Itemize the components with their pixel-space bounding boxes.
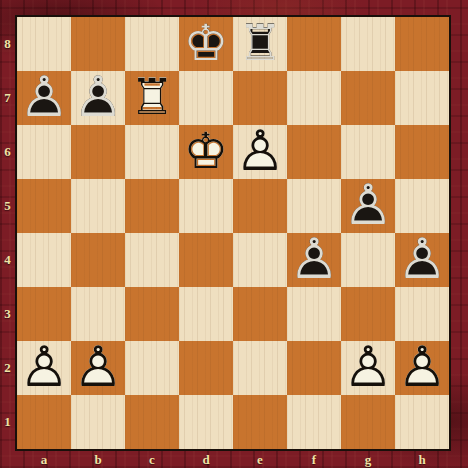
square-a6[interactable] [17, 125, 71, 179]
square-b8[interactable] [71, 17, 125, 71]
black-pawn[interactable]: ♟♙ [17, 71, 71, 125]
square-d1[interactable] [179, 395, 233, 449]
square-h1[interactable] [395, 395, 449, 449]
black-king[interactable]: ♚♔ [179, 17, 233, 71]
square-h2[interactable]: ♟♙ [395, 341, 449, 395]
white-rook[interactable]: ♜♖ [125, 71, 179, 125]
black-pawn[interactable]: ♟♙ [71, 71, 125, 125]
square-h3[interactable] [395, 287, 449, 341]
square-g8[interactable] [341, 17, 395, 71]
square-e3[interactable] [233, 287, 287, 341]
rank-label-7: 7 [0, 71, 15, 125]
square-a8[interactable] [17, 17, 71, 71]
square-h7[interactable] [395, 71, 449, 125]
square-h8[interactable] [395, 17, 449, 71]
square-a7[interactable]: ♟♙ [17, 71, 71, 125]
black-rook[interactable]: ♜♖ [233, 17, 287, 71]
chess-diagram: ♚♔♜♖♟♙♟♙♜♖♚♔♟♙♟♙♟♙♟♙♟♙♟♙♟♙♟♙ 87654321 ab… [0, 0, 468, 468]
square-a5[interactable] [17, 179, 71, 233]
square-g6[interactable] [341, 125, 395, 179]
file-label-d: d [179, 451, 233, 468]
square-b5[interactable] [71, 179, 125, 233]
square-d6[interactable]: ♚♔ [179, 125, 233, 179]
square-g5[interactable]: ♟♙ [341, 179, 395, 233]
file-label-c: c [125, 451, 179, 468]
white-pawn[interactable]: ♟♙ [17, 341, 71, 395]
square-f2[interactable] [287, 341, 341, 395]
rank-label-1: 1 [0, 395, 15, 449]
square-c1[interactable] [125, 395, 179, 449]
chess-board: ♚♔♜♖♟♙♟♙♜♖♚♔♟♙♟♙♟♙♟♙♟♙♟♙♟♙♟♙ [15, 15, 451, 451]
square-f1[interactable] [287, 395, 341, 449]
square-b4[interactable] [71, 233, 125, 287]
square-f7[interactable] [287, 71, 341, 125]
rank-label-5: 5 [0, 179, 15, 233]
white-pawn[interactable]: ♟♙ [395, 341, 449, 395]
square-c6[interactable] [125, 125, 179, 179]
file-label-g: g [341, 451, 395, 468]
square-c3[interactable] [125, 287, 179, 341]
square-a4[interactable] [17, 233, 71, 287]
square-f4[interactable]: ♟♙ [287, 233, 341, 287]
square-g1[interactable] [341, 395, 395, 449]
square-d2[interactable] [179, 341, 233, 395]
rank-label-8: 8 [0, 17, 15, 71]
square-h5[interactable] [395, 179, 449, 233]
square-c5[interactable] [125, 179, 179, 233]
square-f5[interactable] [287, 179, 341, 233]
square-e4[interactable] [233, 233, 287, 287]
square-a1[interactable] [17, 395, 71, 449]
file-label-f: f [287, 451, 341, 468]
rank-label-6: 6 [0, 125, 15, 179]
black-pawn[interactable]: ♟♙ [341, 179, 395, 233]
square-b2[interactable]: ♟♙ [71, 341, 125, 395]
square-h4[interactable]: ♟♙ [395, 233, 449, 287]
white-pawn[interactable]: ♟♙ [233, 125, 287, 179]
square-f3[interactable] [287, 287, 341, 341]
square-e6[interactable]: ♟♙ [233, 125, 287, 179]
square-d4[interactable] [179, 233, 233, 287]
file-label-h: h [395, 451, 449, 468]
rank-label-2: 2 [0, 341, 15, 395]
square-d3[interactable] [179, 287, 233, 341]
square-f6[interactable] [287, 125, 341, 179]
black-pawn[interactable]: ♟♙ [287, 233, 341, 287]
square-e7[interactable] [233, 71, 287, 125]
file-label-b: b [71, 451, 125, 468]
rank-label-3: 3 [0, 287, 15, 341]
square-c7[interactable]: ♜♖ [125, 71, 179, 125]
black-pawn[interactable]: ♟♙ [395, 233, 449, 287]
square-h6[interactable] [395, 125, 449, 179]
white-king[interactable]: ♚♔ [179, 125, 233, 179]
square-e2[interactable] [233, 341, 287, 395]
square-b3[interactable] [71, 287, 125, 341]
square-e5[interactable] [233, 179, 287, 233]
square-a3[interactable] [17, 287, 71, 341]
square-b1[interactable] [71, 395, 125, 449]
square-f8[interactable] [287, 17, 341, 71]
file-label-a: a [17, 451, 71, 468]
rank-label-4: 4 [0, 233, 15, 287]
square-g3[interactable] [341, 287, 395, 341]
square-a2[interactable]: ♟♙ [17, 341, 71, 395]
square-c8[interactable] [125, 17, 179, 71]
white-pawn[interactable]: ♟♙ [71, 341, 125, 395]
square-d7[interactable] [179, 71, 233, 125]
square-b6[interactable] [71, 125, 125, 179]
file-label-e: e [233, 451, 287, 468]
white-pawn[interactable]: ♟♙ [341, 341, 395, 395]
square-c4[interactable] [125, 233, 179, 287]
square-d8[interactable]: ♚♔ [179, 17, 233, 71]
rank-labels: 87654321 [0, 17, 15, 449]
square-g4[interactable] [341, 233, 395, 287]
square-b7[interactable]: ♟♙ [71, 71, 125, 125]
square-c2[interactable] [125, 341, 179, 395]
square-g7[interactable] [341, 71, 395, 125]
square-d5[interactable] [179, 179, 233, 233]
square-e8[interactable]: ♜♖ [233, 17, 287, 71]
square-e1[interactable] [233, 395, 287, 449]
file-labels: abcdefgh [17, 451, 449, 468]
square-g2[interactable]: ♟♙ [341, 341, 395, 395]
